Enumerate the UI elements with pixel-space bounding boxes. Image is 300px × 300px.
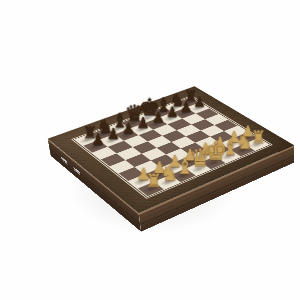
product-photo: ♜♞♝♛♚♝♞♜♟♟♟♟♟♟♟♟♟♟♟♟♟♟♟♟♜♞♝♛♚♝♞♜ [0, 0, 300, 300]
square-a1: ♜ [138, 182, 164, 197]
chess-box: ♜♞♝♛♚♝♞♜♟♟♟♟♟♟♟♟♟♟♟♟♟♟♟♟♜♞♝♛♚♝♞♜ [48, 86, 294, 213]
piece-black-pawn: ♟ [84, 133, 112, 148]
hinge-icon [61, 156, 68, 165]
piece-white-rook: ♜ [138, 172, 169, 191]
hinge-icon [73, 167, 80, 176]
perspective-viewport: ♜♞♝♛♚♝♞♜♟♟♟♟♟♟♟♟♟♟♟♟♟♟♟♟♜♞♝♛♚♝♞♜ [0, 0, 300, 300]
box-top: ♜♞♝♛♚♝♞♜♟♟♟♟♟♟♟♟♟♟♟♟♟♟♟♟♜♞♝♛♚♝♞♜ [48, 86, 294, 213]
square-a7: ♟ [84, 140, 108, 152]
